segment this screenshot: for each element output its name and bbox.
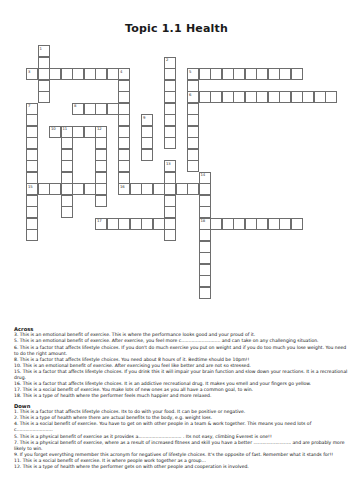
cell-number: 2 xyxy=(166,58,168,62)
grid-cell[interactable] xyxy=(164,91,176,103)
grid-cell[interactable] xyxy=(26,229,38,241)
grid-cell[interactable] xyxy=(164,68,176,80)
grid-cell[interactable] xyxy=(233,91,245,103)
cell-number: 16 xyxy=(120,185,125,189)
grid-cell[interactable]: 2 xyxy=(164,57,176,69)
grid-cell[interactable] xyxy=(130,218,142,230)
clue-item: 7. This is a physical benefit of exercis… xyxy=(14,440,350,452)
grid-cell[interactable] xyxy=(210,91,222,103)
grid-cell[interactable] xyxy=(279,91,291,103)
clue-lists: Across 3. This is an emotional benefit o… xyxy=(14,326,350,474)
grid-cell[interactable] xyxy=(256,91,268,103)
grid-cell[interactable]: 3 xyxy=(26,68,38,80)
grid-cell[interactable] xyxy=(26,114,38,126)
grid-cell[interactable] xyxy=(95,137,107,149)
grid-cell[interactable]: 10 xyxy=(49,126,61,138)
grid-cell[interactable] xyxy=(164,137,176,149)
across-section: Across 3. This is an emotional benefit o… xyxy=(14,326,350,399)
cell-number: 15 xyxy=(28,185,33,189)
grid-cell[interactable] xyxy=(118,172,130,184)
grid-cell[interactable] xyxy=(38,91,50,103)
grid-cell[interactable] xyxy=(256,68,268,80)
grid-cell[interactable]: 18 xyxy=(199,218,211,230)
grid-cell[interactable] xyxy=(118,218,130,230)
grid-cell[interactable] xyxy=(84,68,96,80)
grid-cell[interactable] xyxy=(199,91,211,103)
grid-cell[interactable] xyxy=(268,218,280,230)
grid-cell[interactable] xyxy=(26,126,38,138)
cell-number: 9 xyxy=(143,116,145,120)
grid-cell[interactable] xyxy=(245,91,257,103)
crossword-worksheet: { "title": "Topic 1.1 Health", "game": "… xyxy=(0,0,353,500)
grid-cell[interactable] xyxy=(118,91,130,103)
cell-number: 13 xyxy=(166,162,171,166)
grid-cell[interactable] xyxy=(26,206,38,218)
grid-cell[interactable]: 14 xyxy=(199,172,211,184)
grid-cell[interactable] xyxy=(164,114,176,126)
grid-cell[interactable] xyxy=(164,206,176,218)
grid-cell[interactable] xyxy=(210,218,222,230)
grid-cell[interactable] xyxy=(84,126,96,138)
clue-item: 5. This is an emotional benefit of exerc… xyxy=(14,338,350,344)
grid-cell[interactable] xyxy=(302,91,314,103)
down-section: Down 1. This is a factor that affects li… xyxy=(14,403,350,470)
grid-cell[interactable] xyxy=(61,206,73,218)
grid-cell[interactable] xyxy=(141,149,153,161)
down-clues: 1. This is a factor that affects lifesty… xyxy=(14,409,350,469)
clue-item: 15. This is a factor that affects lifest… xyxy=(14,369,350,381)
grid-cell[interactable] xyxy=(268,91,280,103)
grid-cell[interactable] xyxy=(187,103,199,115)
cell-number: 10 xyxy=(51,127,56,131)
grid-cell[interactable] xyxy=(314,91,326,103)
grid-cell[interactable] xyxy=(291,218,303,230)
cell-number: 1 xyxy=(39,47,41,51)
grid-cell[interactable] xyxy=(187,137,199,149)
grid-cell[interactable] xyxy=(291,91,303,103)
grid-cell[interactable] xyxy=(210,68,222,80)
grid-cell[interactable] xyxy=(107,103,119,115)
grid-cell[interactable] xyxy=(164,229,176,241)
grid-cell[interactable] xyxy=(187,114,199,126)
grid-cell[interactable] xyxy=(72,68,84,80)
cell-number: 14 xyxy=(200,173,205,177)
grid-cell[interactable] xyxy=(26,195,38,207)
grid-cell[interactable] xyxy=(199,68,211,80)
grid-cell[interactable]: 1 xyxy=(38,45,50,57)
grid-cell[interactable] xyxy=(199,287,211,299)
grid-cell[interactable] xyxy=(164,195,176,207)
grid-cell[interactable] xyxy=(38,183,50,195)
grid-cell[interactable]: 8 xyxy=(72,103,84,115)
grid-cell[interactable] xyxy=(222,91,234,103)
grid-cell[interactable] xyxy=(95,183,107,195)
grid-cell[interactable] xyxy=(164,172,176,184)
grid-cell[interactable] xyxy=(61,172,73,184)
grid-cell[interactable] xyxy=(199,195,211,207)
grid-cell[interactable] xyxy=(130,183,142,195)
grid-cell[interactable] xyxy=(199,241,211,253)
grid-cell[interactable] xyxy=(118,149,130,161)
grid-cell[interactable] xyxy=(84,103,96,115)
grid-cell[interactable]: 9 xyxy=(141,114,153,126)
grid-cell[interactable] xyxy=(118,126,130,138)
grid-cell[interactable] xyxy=(72,126,84,138)
grid-cell[interactable] xyxy=(233,218,245,230)
grid-cell[interactable] xyxy=(118,103,130,115)
grid-cell[interactable] xyxy=(279,68,291,80)
grid-cell[interactable] xyxy=(49,68,61,80)
grid-cell[interactable] xyxy=(233,68,245,80)
grid-cell[interactable] xyxy=(95,103,107,115)
grid-cell[interactable]: 5 xyxy=(187,68,199,80)
cell-number: 5 xyxy=(189,70,191,74)
grid-cell[interactable] xyxy=(187,80,199,92)
grid-cell[interactable] xyxy=(199,264,211,276)
across-clues: 3. This is an emotional benefit of exerc… xyxy=(14,332,350,399)
grid-cell[interactable] xyxy=(164,103,176,115)
grid-cell[interactable] xyxy=(26,218,38,230)
grid-cell[interactable] xyxy=(72,183,84,195)
grid-cell[interactable] xyxy=(95,172,107,184)
cell-number: 11 xyxy=(62,127,67,131)
grid-cell[interactable] xyxy=(84,183,96,195)
grid-cell[interactable]: 15 xyxy=(26,183,38,195)
grid-cell[interactable]: 12 xyxy=(95,126,107,138)
cell-number: 18 xyxy=(200,219,205,223)
grid-cell[interactable] xyxy=(141,137,153,149)
grid-cell[interactable] xyxy=(245,68,257,80)
clue-item: 6. This is a factor that affects lifesty… xyxy=(14,345,350,357)
grid-cell[interactable]: 17 xyxy=(95,218,107,230)
cell-number: 4 xyxy=(120,70,122,74)
grid-cell[interactable] xyxy=(61,137,73,149)
grid-cell[interactable] xyxy=(61,68,73,80)
grid-cell[interactable] xyxy=(26,172,38,184)
grid-cell[interactable] xyxy=(176,183,188,195)
grid-cell[interactable] xyxy=(107,68,119,80)
grid-cell[interactable] xyxy=(49,183,61,195)
grid-cell[interactable] xyxy=(268,68,280,80)
grid-cell[interactable] xyxy=(95,160,107,172)
grid-cell[interactable]: 13 xyxy=(164,160,176,172)
grid-cell[interactable] xyxy=(107,218,119,230)
grid-cell[interactable] xyxy=(118,137,130,149)
grid-cell[interactable] xyxy=(95,68,107,80)
clue-item: 4. This is a social benefit of exercise.… xyxy=(14,421,350,433)
grid-cell[interactable] xyxy=(95,149,107,161)
grid-cell[interactable] xyxy=(245,218,257,230)
grid-cell[interactable] xyxy=(199,229,211,241)
grid-cell[interactable] xyxy=(141,218,153,230)
grid-cell[interactable] xyxy=(118,114,130,126)
cell-number: 12 xyxy=(97,127,102,131)
cell-number: 7 xyxy=(28,104,30,108)
crossword-grid: 123456789101112131415161718 xyxy=(0,0,353,330)
cell-number: 3 xyxy=(28,70,30,74)
grid-cell[interactable] xyxy=(153,183,165,195)
grid-cell[interactable] xyxy=(61,183,73,195)
grid-cell[interactable] xyxy=(141,126,153,138)
grid-cell[interactable] xyxy=(291,68,303,80)
clue-item: 9. If you forget everything remember thi… xyxy=(14,452,350,458)
grid-cell[interactable] xyxy=(118,80,130,92)
grid-cell[interactable]: 4 xyxy=(118,68,130,80)
grid-cell[interactable] xyxy=(199,206,211,218)
clue-item: 16. This is a factor that affects lifest… xyxy=(14,381,350,387)
grid-cell[interactable] xyxy=(325,91,337,103)
grid-cell[interactable] xyxy=(279,218,291,230)
grid-cell[interactable] xyxy=(187,160,199,172)
cell-number: 6 xyxy=(189,93,191,97)
grid-cell[interactable] xyxy=(141,183,153,195)
grid-cell[interactable] xyxy=(256,218,268,230)
clue-item: 12. This is a type of health where the p… xyxy=(14,464,350,470)
grid-cell[interactable]: 7 xyxy=(26,103,38,115)
grid-cell[interactable] xyxy=(187,183,199,195)
grid-cell[interactable] xyxy=(61,160,73,172)
clue-item: 18. This is a type of health where the p… xyxy=(14,393,350,399)
grid-cell[interactable] xyxy=(153,218,165,230)
grid-cell[interactable] xyxy=(222,68,234,80)
grid-cell[interactable] xyxy=(95,195,107,207)
grid-cell[interactable]: 16 xyxy=(118,183,130,195)
cell-number: 8 xyxy=(74,104,76,108)
grid-cell[interactable] xyxy=(164,183,176,195)
grid-cell[interactable] xyxy=(38,57,50,69)
grid-cell[interactable] xyxy=(187,149,199,161)
cell-number: 17 xyxy=(97,219,102,223)
grid-cell[interactable] xyxy=(38,68,50,80)
grid-cell[interactable] xyxy=(26,149,38,161)
grid-cell[interactable]: 11 xyxy=(61,126,73,138)
grid-cell[interactable] xyxy=(164,126,176,138)
grid-cell[interactable] xyxy=(26,160,38,172)
grid-cell[interactable] xyxy=(118,160,130,172)
grid-cell[interactable] xyxy=(164,218,176,230)
grid-cell[interactable] xyxy=(61,149,73,161)
grid-cell[interactable] xyxy=(38,80,50,92)
grid-cell[interactable] xyxy=(187,126,199,138)
grid-cell[interactable] xyxy=(26,137,38,149)
grid-cell[interactable] xyxy=(199,275,211,287)
grid-cell[interactable] xyxy=(164,80,176,92)
grid-cell[interactable]: 6 xyxy=(187,91,199,103)
grid-cell[interactable] xyxy=(222,218,234,230)
grid-cell[interactable] xyxy=(61,195,73,207)
grid-cell[interactable] xyxy=(199,183,211,195)
grid-cell[interactable] xyxy=(199,252,211,264)
